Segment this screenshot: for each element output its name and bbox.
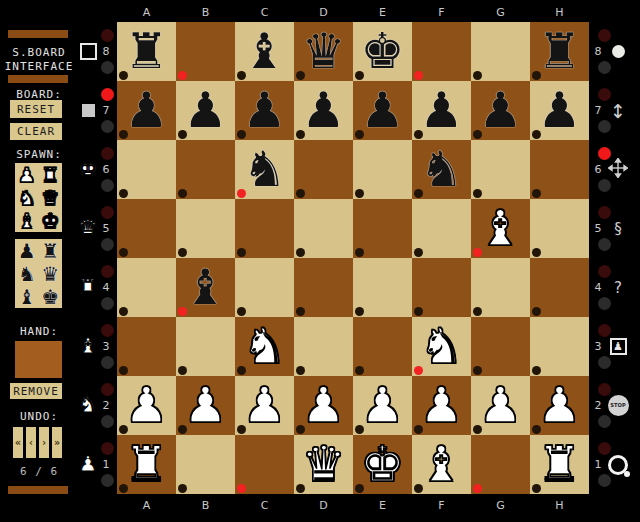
rank-label-4-right: 4 [590,281,606,294]
square-dot [296,130,305,139]
left-rank-6-bottom-indicator [101,179,114,192]
rank-label-5-left: 5 [98,222,114,235]
square-f6[interactable]: ♞ [412,140,471,199]
spawn-black-bishop-button[interactable]: ♝ [15,285,39,308]
square-f4[interactable] [412,258,471,317]
square-c1[interactable] [235,435,294,494]
square-dot [355,425,364,434]
rank-label-3-left: 3 [98,340,114,353]
file-label-g-bottom: G [471,499,530,512]
boxed-pawn-icon: ♟ [610,338,627,355]
square-dot [414,248,423,257]
undo-all-button[interactable]: « [13,427,23,458]
file-label-c-top: C [235,6,294,19]
square-e2[interactable]: ♟ [353,376,412,435]
square-d4[interactable] [294,258,353,317]
square-dot [473,189,482,198]
square-b2[interactable]: ♟ [176,376,235,435]
left-rank-6-top-indicator [101,147,114,160]
square-h8[interactable]: ♜ [530,22,589,81]
spawn-black-queen-button[interactable]: ♛ [39,262,63,285]
white-queen-icon: ♛ [41,186,59,210]
rank-label-8-left: 8 [98,45,114,58]
gray-square-icon [82,104,95,117]
white-rook-icon: ♜ [41,163,59,187]
square-c6[interactable]: ♞ [235,140,294,199]
square-d2[interactable]: ♟ [294,376,353,435]
black-knight-icon: ♞ [18,262,36,286]
square-c8[interactable]: ♝ [235,22,294,81]
move-arrows-icon [608,158,628,182]
redo-all-button[interactable]: » [52,427,62,458]
square-g2[interactable]: ♟ [471,376,530,435]
square-dot [532,248,541,257]
undo-section-label: UNDO: [0,410,78,423]
square-dot [178,130,187,139]
square-dot [119,425,128,434]
square-dot [414,484,423,493]
square-e7[interactable]: ♟ [353,81,412,140]
square-g5[interactable]: ♝ [471,199,530,258]
black-pawn-icon: ♟ [18,239,36,263]
square-dot [473,130,482,139]
square-dot [532,307,541,316]
left-rank-5-top-indicator [101,206,114,219]
square-dot [178,248,187,257]
square-b7[interactable]: ♟ [176,81,235,140]
spawn-white-rook-button[interactable]: ♜ [39,163,63,186]
square-d1[interactable]: ♛ [294,435,353,494]
rank-5-control[interactable]: § [605,216,631,242]
red-marker-dot [178,71,187,80]
square-dot [237,248,246,257]
rank-8-control[interactable] [605,39,631,65]
spawn-black-rook-button[interactable]: ♜ [39,239,63,262]
black-bishop-icon: ♝ [18,285,36,309]
square-dot [237,130,246,139]
square-dot [532,425,541,434]
square-b8[interactable] [176,22,235,81]
square-g6[interactable] [471,140,530,199]
file-label-b-bottom: B [176,499,235,512]
square-dot [119,189,128,198]
red-marker-dot [473,484,482,493]
vertical-arrows-icon: ↕ [610,100,626,122]
rank-label-7-left: 7 [98,104,114,117]
square-dot [119,307,128,316]
square-dot [355,366,364,375]
square-dot [119,366,128,375]
square-h2[interactable]: ♟ [530,376,589,435]
square-dot [532,484,541,493]
square-dot [473,425,482,434]
file-label-d-top: D [294,6,353,19]
square-dot [237,366,246,375]
square-dot [355,484,364,493]
king-icon: ♚ [79,159,98,180]
red-marker-dot [237,189,246,198]
file-label-f-bottom: F [412,499,471,512]
square-f8[interactable] [412,22,471,81]
rank-label-6-right: 6 [590,163,606,176]
rank-label-2-left: 2 [98,399,114,412]
left-rank-2-bottom-indicator [101,415,114,428]
square-c7[interactable]: ♟ [235,81,294,140]
square-dot [296,248,305,257]
square-c4[interactable] [235,258,294,317]
title-divider-top [8,30,68,38]
app-title-line1: S.BOARD [0,46,78,59]
file-label-h-bottom: H [530,499,589,512]
square-dot [296,71,305,80]
square-f1[interactable]: ♝ [412,435,471,494]
square-dot [296,484,305,493]
empty-square-icon [80,43,97,60]
rank-label-2-right: 2 [590,399,606,412]
square-b3[interactable] [176,317,235,376]
square-a8[interactable]: ♜ [117,22,176,81]
square-e3[interactable] [353,317,412,376]
square-b6[interactable] [176,140,235,199]
square-dot [296,307,305,316]
red-marker-dot [414,71,423,80]
square-e6[interactable] [353,140,412,199]
white-king-icon: ♚ [41,209,59,233]
square-c2[interactable]: ♟ [235,376,294,435]
file-label-a-top: A [117,6,176,19]
rank-label-1-left: 1 [98,458,114,471]
square-d8[interactable]: ♛ [294,22,353,81]
question-icon: ? [614,279,622,297]
rank-2-control[interactable]: STOP [605,393,631,419]
undo-button[interactable]: ‹ [26,427,36,458]
file-label-a-bottom: A [117,499,176,512]
square-c5[interactable] [235,199,294,258]
square-dot [473,307,482,316]
square-g1[interactable] [471,435,530,494]
square-dot [532,130,541,139]
square-b1[interactable] [176,435,235,494]
pawn-icon: ♟ [79,454,98,475]
rank-label-7-right: 7 [590,104,606,117]
left-rank-8-top-indicator [101,29,114,42]
white-bishop-icon: ♝ [18,209,36,233]
queen-icon: ♛ [79,218,98,239]
hand-slot[interactable] [15,341,62,378]
square-e5[interactable] [353,199,412,258]
square-dot [237,425,246,434]
rank-7-control[interactable]: ↕ [605,98,631,124]
square-f5[interactable] [412,199,471,258]
rank-label-8-right: 8 [590,45,606,58]
square-dot [414,307,423,316]
black-queen-icon: ♛ [41,262,59,286]
square-dot [473,71,482,80]
spawn-board-interface: S.BOARD INTERFACE BOARD: RESET CLEAR SPA… [0,0,640,522]
square-f3[interactable]: ♞ [412,317,471,376]
square-dot [355,71,364,80]
square-dot [119,71,128,80]
square-g4[interactable] [471,258,530,317]
white-knight-icon: ♞ [18,186,36,210]
square-dot [237,71,246,80]
square-h1[interactable]: ♜ [530,435,589,494]
spawn-black-panel: ♟♜♞♛♝♚ [15,239,62,308]
square-dot [355,248,364,257]
square-h6[interactable] [530,140,589,199]
spawn-white-bishop-button[interactable]: ♝ [15,209,39,232]
square-dot [414,189,423,198]
square-dot [414,130,423,139]
square-a5[interactable] [117,199,176,258]
square-dot [178,425,187,434]
square-d5[interactable] [294,199,353,258]
square-dot [355,307,364,316]
square-dot [296,189,305,198]
app-title-line2: INTERFACE [0,60,78,73]
file-label-c-bottom: C [235,499,294,512]
square-a3[interactable] [117,317,176,376]
rank-1-control[interactable] [605,452,631,478]
square-h5[interactable] [530,199,589,258]
square-dot [532,366,541,375]
square-a4[interactable] [117,258,176,317]
rank-label-1-right: 1 [590,458,606,471]
stop-icon: STOP [608,395,629,416]
file-label-g-top: G [471,6,530,19]
redo-button[interactable]: › [39,427,49,458]
left-rank-5-bottom-indicator [101,238,114,251]
spawn-white-king-button[interactable]: ♚ [39,209,63,232]
square-d3[interactable] [294,317,353,376]
square-e4[interactable] [353,258,412,317]
file-label-h-top: H [530,6,589,19]
left-rank-1-bottom-indicator [101,474,114,487]
square-b5[interactable] [176,199,235,258]
left-rank-4-top-indicator [101,265,114,278]
clear-button[interactable]: CLEAR [10,123,62,140]
left-rank-8-bottom-indicator [101,61,114,74]
square-a6[interactable] [117,140,176,199]
left-rank-3-top-indicator [101,324,114,337]
rank-6-control[interactable] [605,157,631,183]
square-dot [532,71,541,80]
left-rank-1-top-indicator [101,442,114,455]
square-a2[interactable]: ♟ [117,376,176,435]
square-c3[interactable]: ♞ [235,317,294,376]
square-dot [119,484,128,493]
square-e1[interactable]: ♚ [353,435,412,494]
spawn-white-knight-button[interactable]: ♞ [15,186,39,209]
square-g3[interactable] [471,317,530,376]
square-a7[interactable]: ♟ [117,81,176,140]
red-marker-dot [473,248,482,257]
spawn-white-panel: ♟♜♞♛♝♚ [15,163,62,232]
square-f7[interactable]: ♟ [412,81,471,140]
square-dot [119,248,128,257]
knight-icon: ♞ [79,395,98,416]
bishop-icon: ♝ [79,336,98,357]
left-rank-4-bottom-indicator [101,297,114,310]
file-label-e-top: E [353,6,412,19]
square-dot [178,189,187,198]
red-marker-dot [178,307,187,316]
square-h4[interactable] [530,258,589,317]
ring-dot-icon [624,471,630,477]
rook-icon: ♜ [79,277,98,298]
stop-label: STOP [610,403,626,409]
black-king-icon: ♚ [41,285,59,309]
spawn-black-knight-button[interactable]: ♞ [15,262,39,285]
rank-4-control[interactable]: ? [605,275,631,301]
file-label-d-bottom: D [294,499,353,512]
file-label-f-top: F [412,6,471,19]
red-marker-dot [414,366,423,375]
square-h7[interactable]: ♟ [530,81,589,140]
square-h3[interactable] [530,317,589,376]
left-rank-7-top-indicator [101,88,114,101]
rank-label-6-left: 6 [98,163,114,176]
red-marker-dot [237,484,246,493]
square-dot [355,130,364,139]
square-d6[interactable] [294,140,353,199]
square-dot [296,425,305,434]
square-b4[interactable]: ♝ [176,258,235,317]
undo-counter: 6 / 6 [0,465,78,478]
square-e8[interactable]: ♚ [353,22,412,81]
rank-label-5-right: 5 [590,222,606,235]
square-d7[interactable]: ♟ [294,81,353,140]
square-dot [532,189,541,198]
square-dot [414,425,423,434]
square-g7[interactable]: ♟ [471,81,530,140]
section-icon: § [614,220,622,238]
square-dot [473,366,482,375]
rank-3-control[interactable]: ♟ [605,334,631,360]
black-rook-icon: ♜ [41,239,59,263]
file-label-e-bottom: E [353,499,412,512]
white-circle-icon [612,45,625,58]
spawn-black-pawn-button[interactable]: ♟ [15,239,39,262]
square-dot [355,189,364,198]
file-label-b-top: B [176,6,235,19]
left-rank-2-top-indicator [101,383,114,396]
square-dot [178,484,187,493]
hand-section-label: HAND: [0,325,78,338]
spawn-white-queen-button[interactable]: ♛ [39,186,63,209]
square-a1[interactable]: ♜ [117,435,176,494]
spawn-white-pawn-button[interactable]: ♟ [15,163,39,186]
remove-button[interactable]: REMOVE [10,383,62,399]
white-pawn-icon: ♟ [18,163,36,187]
spawn-black-king-button[interactable]: ♚ [39,285,63,308]
reset-button[interactable]: RESET [10,100,62,118]
square-dot [296,366,305,375]
rank-label-4-left: 4 [98,281,114,294]
title-divider-bottom [8,75,68,83]
left-rank-3-bottom-indicator [101,356,114,369]
square-dot [237,307,246,316]
square-dot [178,366,187,375]
square-g8[interactable] [471,22,530,81]
sidebar-bottom-bar [8,486,68,494]
record-icon [608,455,628,475]
square-dot [119,130,128,139]
chess-board: ♜♝♛♚♜♟♟♟♟♟♟♟♟♞♞♝♝♞♞♟♟♟♟♟♟♟♟♜♛♚♝♜ [117,22,589,494]
rank-label-3-right: 3 [590,340,606,353]
left-rank-7-bottom-indicator [101,120,114,133]
spawn-section-label: SPAWN: [0,148,78,161]
square-f2[interactable]: ♟ [412,376,471,435]
